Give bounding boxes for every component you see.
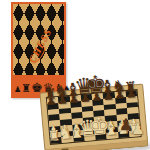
light-pawn-offboard: ♟ — [131, 122, 144, 137]
rook-silhouette-icon: ♜ — [21, 83, 31, 94]
latch — [61, 148, 68, 150]
square-d1 — [84, 134, 96, 141]
harlequin-pattern: CHESS — [13, 4, 64, 75]
square-e1 — [95, 133, 107, 140]
chess-box: CHESS ♟♜♚♛♝♞ — [11, 2, 66, 98]
product-photo: CHESS ♟♜♚♛♝♞ ♜♞♝♛♚♝♞♜♟♟♟♟♟♟♟♟♟♟♟♟♟♟♟♟♜♞♝… — [0, 0, 150, 150]
square-c1 — [73, 135, 85, 142]
square-b1 — [62, 136, 74, 143]
square-a1 — [50, 137, 62, 144]
square-f1 — [106, 132, 118, 139]
pawn-silhouette-icon: ♟ — [14, 86, 21, 94]
box-title: CHESS — [24, 23, 55, 69]
